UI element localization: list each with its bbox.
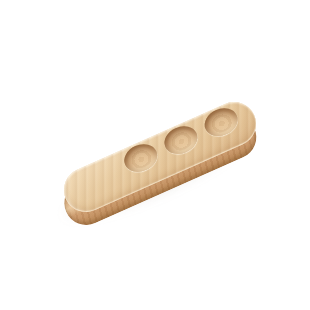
recess-middle (160, 121, 202, 159)
wooden-tray (57, 95, 263, 219)
product-photo-canvas (0, 0, 310, 310)
recess-left (120, 139, 162, 177)
recess-right (200, 103, 242, 141)
